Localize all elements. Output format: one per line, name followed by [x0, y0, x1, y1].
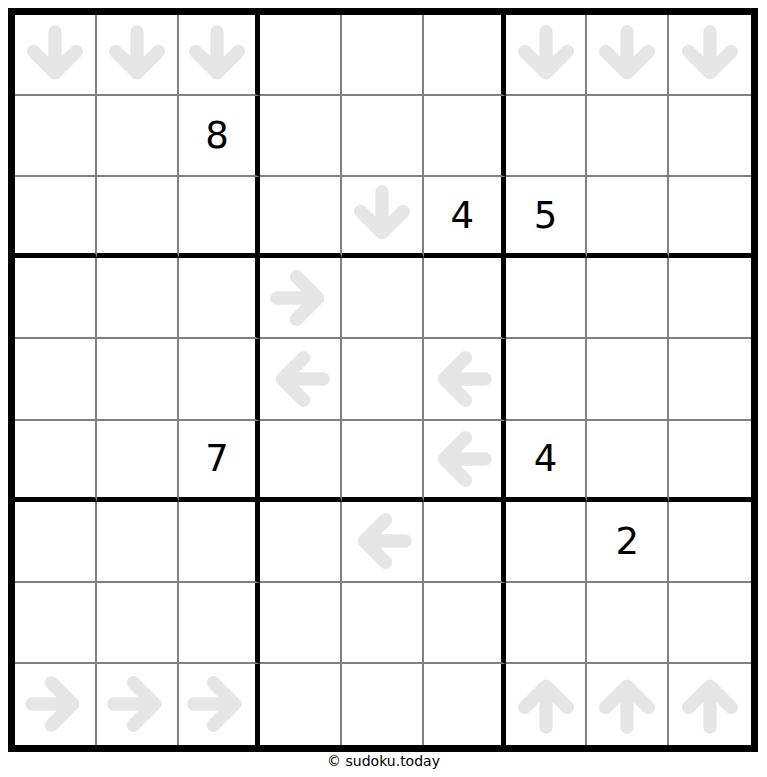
- cell-r6c2[interactable]: [97, 421, 179, 502]
- arrow-left-icon: [350, 509, 414, 573]
- cell-r2c3[interactable]: 8: [179, 96, 261, 177]
- cell-r8c3[interactable]: [179, 583, 261, 664]
- cell-r4c2[interactable]: [97, 258, 179, 339]
- cell-r6c3[interactable]: 7: [179, 421, 261, 502]
- cell-r4c1[interactable]: [15, 258, 97, 339]
- cell-r7c5[interactable]: [342, 502, 424, 583]
- cell-r1c2[interactable]: [97, 15, 179, 96]
- cell-r5c8[interactable]: [587, 339, 669, 420]
- cell-r1c3[interactable]: [179, 15, 261, 96]
- cell-r2c1[interactable]: [15, 96, 97, 177]
- cell-r1c9[interactable]: [669, 15, 751, 96]
- cell-r4c7[interactable]: [506, 258, 588, 339]
- copyright-text: © sudoku.today: [0, 753, 767, 769]
- arrow-down-icon: [514, 23, 578, 87]
- cell-r9c4[interactable]: [260, 664, 342, 745]
- cell-r3c9[interactable]: [669, 177, 751, 258]
- arrow-up-icon: [514, 672, 578, 736]
- cell-r7c9[interactable]: [669, 502, 751, 583]
- cell-r3c2[interactable]: [97, 177, 179, 258]
- cell-r5c4[interactable]: [260, 339, 342, 420]
- cell-r3c6[interactable]: 4: [424, 177, 506, 258]
- arrow-left-icon: [268, 347, 332, 411]
- cell-r5c7[interactable]: [506, 339, 588, 420]
- cell-r2c5[interactable]: [342, 96, 424, 177]
- arrow-up-icon: [595, 672, 659, 736]
- cell-r4c9[interactable]: [669, 258, 751, 339]
- cell-r8c8[interactable]: [587, 583, 669, 664]
- arrow-down-icon: [350, 183, 414, 247]
- cell-r3c4[interactable]: [260, 177, 342, 258]
- cell-r9c2[interactable]: [97, 664, 179, 745]
- cell-r8c7[interactable]: [506, 583, 588, 664]
- cell-r5c9[interactable]: [669, 339, 751, 420]
- arrow-right-icon: [23, 672, 87, 736]
- arrow-down-icon: [23, 23, 87, 87]
- cell-r8c2[interactable]: [97, 583, 179, 664]
- cell-r7c2[interactable]: [97, 502, 179, 583]
- sudoku-board: 845742: [8, 8, 758, 752]
- cell-r9c3[interactable]: [179, 664, 261, 745]
- cell-r3c8[interactable]: [587, 177, 669, 258]
- given-digit: 7: [205, 440, 229, 477]
- arrow-down-icon: [105, 23, 169, 87]
- cell-r8c6[interactable]: [424, 583, 506, 664]
- cell-r6c8[interactable]: [587, 421, 669, 502]
- arrow-right-icon: [268, 266, 332, 330]
- cell-r1c8[interactable]: [587, 15, 669, 96]
- cell-r6c9[interactable]: [669, 421, 751, 502]
- given-digit: 8: [205, 117, 229, 154]
- cell-r4c5[interactable]: [342, 258, 424, 339]
- cell-r5c6[interactable]: [424, 339, 506, 420]
- cell-r2c7[interactable]: [506, 96, 588, 177]
- given-digit: 2: [616, 523, 640, 560]
- cell-r1c4[interactable]: [260, 15, 342, 96]
- cell-r5c5[interactable]: [342, 339, 424, 420]
- cell-r1c7[interactable]: [506, 15, 588, 96]
- cell-r3c7[interactable]: 5: [506, 177, 588, 258]
- cell-r9c8[interactable]: [587, 664, 669, 745]
- cell-r4c6[interactable]: [424, 258, 506, 339]
- cell-r7c3[interactable]: [179, 502, 261, 583]
- cell-r6c6[interactable]: [424, 421, 506, 502]
- cell-r7c7[interactable]: [506, 502, 588, 583]
- cell-r2c2[interactable]: [97, 96, 179, 177]
- cell-r9c1[interactable]: [15, 664, 97, 745]
- cell-r6c4[interactable]: [260, 421, 342, 502]
- cell-r4c4[interactable]: [260, 258, 342, 339]
- arrow-left-icon: [430, 427, 494, 491]
- cell-r9c7[interactable]: [506, 664, 588, 745]
- cell-r1c5[interactable]: [342, 15, 424, 96]
- arrow-up-icon: [678, 672, 742, 736]
- cell-r5c1[interactable]: [15, 339, 97, 420]
- arrow-down-icon: [185, 23, 249, 87]
- cell-r5c3[interactable]: [179, 339, 261, 420]
- cell-r8c5[interactable]: [342, 583, 424, 664]
- arrow-right-icon: [105, 672, 169, 736]
- cell-r9c5[interactable]: [342, 664, 424, 745]
- arrow-down-icon: [595, 23, 659, 87]
- cell-r8c1[interactable]: [15, 583, 97, 664]
- arrow-down-icon: [678, 23, 742, 87]
- cell-r4c8[interactable]: [587, 258, 669, 339]
- cell-r9c6[interactable]: [424, 664, 506, 745]
- cell-r2c9[interactable]: [669, 96, 751, 177]
- cell-r1c1[interactable]: [15, 15, 97, 96]
- cell-r6c5[interactable]: [342, 421, 424, 502]
- cell-r8c4[interactable]: [260, 583, 342, 664]
- cell-r4c3[interactable]: [179, 258, 261, 339]
- given-digit: 5: [534, 197, 558, 234]
- cell-r3c1[interactable]: [15, 177, 97, 258]
- cell-r5c2[interactable]: [97, 339, 179, 420]
- cell-r7c1[interactable]: [15, 502, 97, 583]
- cell-r2c4[interactable]: [260, 96, 342, 177]
- arrow-left-icon: [430, 347, 494, 411]
- cell-r6c7[interactable]: 4: [506, 421, 588, 502]
- cell-r2c6[interactable]: [424, 96, 506, 177]
- given-digit: 4: [534, 440, 558, 477]
- cell-r1c6[interactable]: [424, 15, 506, 96]
- cell-r7c6[interactable]: [424, 502, 506, 583]
- cell-r7c4[interactable]: [260, 502, 342, 583]
- given-digit: 4: [450, 197, 474, 234]
- cell-r3c5[interactable]: [342, 177, 424, 258]
- cell-r8c9[interactable]: [669, 583, 751, 664]
- arrow-right-icon: [185, 672, 249, 736]
- cell-r6c1[interactable]: [15, 421, 97, 502]
- cell-r2c8[interactable]: [587, 96, 669, 177]
- cell-r7c8[interactable]: 2: [587, 502, 669, 583]
- cell-r9c9[interactable]: [669, 664, 751, 745]
- cell-r3c3[interactable]: [179, 177, 261, 258]
